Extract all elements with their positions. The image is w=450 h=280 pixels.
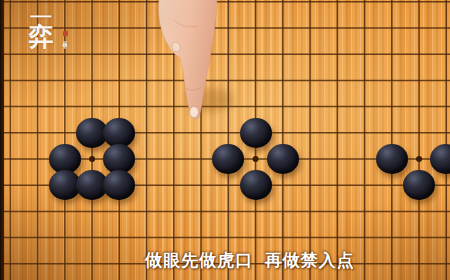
logo-subtext: 围棋学堂 xyxy=(62,37,68,39)
board-left-edge xyxy=(0,0,4,280)
subtitle-text: 做眼先做虎口 再做禁入点 xyxy=(145,249,355,272)
logo-seal-icon xyxy=(63,31,68,36)
channel-logo: 一 弈 围棋学堂 xyxy=(26,11,66,67)
star-point xyxy=(89,156,95,162)
logo-side-column: 围棋学堂 xyxy=(62,31,68,39)
star-point xyxy=(253,156,259,162)
video-frame: 一 弈 围棋学堂 做眼先做虎口 再做禁入点 xyxy=(0,0,450,280)
pointing-hand-image xyxy=(140,0,250,130)
logo-char-1: 一 xyxy=(19,11,64,24)
star-point xyxy=(416,156,422,162)
logo-char-2: 弈 xyxy=(26,24,56,50)
black-stone xyxy=(376,144,408,174)
fingertip-nail xyxy=(190,107,199,118)
black-stone xyxy=(267,144,299,174)
black-stone xyxy=(240,170,272,200)
